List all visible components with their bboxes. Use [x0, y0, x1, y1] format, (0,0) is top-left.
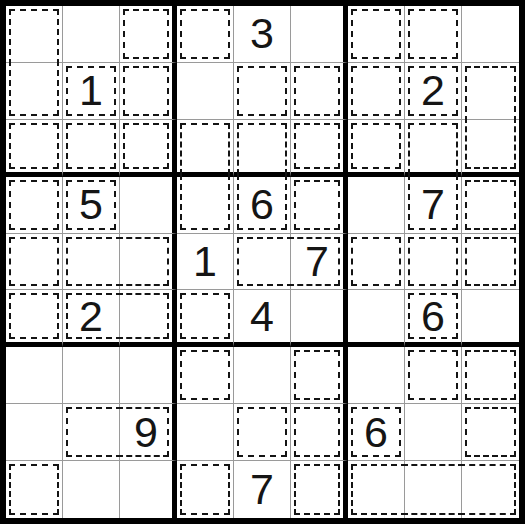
cage-border [9, 237, 59, 287]
given-digit: 7 [305, 240, 329, 283]
given-digit: 6 [421, 295, 445, 338]
cell-r6c7[interactable] [348, 290, 405, 347]
cell-r3c8[interactable] [405, 120, 462, 177]
cell-r6c9[interactable] [462, 290, 519, 347]
cell-r6c3[interactable] [120, 290, 177, 347]
cage-border [9, 464, 59, 515]
cage-border [465, 237, 516, 287]
cell-r3c4[interactable] [177, 120, 234, 177]
cell-r9c8[interactable] [405, 461, 462, 518]
cell-r8c3[interactable]: 9 [120, 404, 177, 461]
given-digit: 6 [250, 183, 274, 226]
cage-border [402, 464, 464, 515]
cage-border [351, 9, 401, 59]
cage-border [66, 123, 116, 169]
cell-r1c9[interactable] [462, 6, 519, 63]
cell-r2c2[interactable]: 1 [63, 63, 120, 120]
cell-r9c3[interactable] [120, 461, 177, 518]
cell-r7c9[interactable] [462, 347, 519, 404]
cell-r8c1[interactable] [6, 404, 63, 461]
cage-border [294, 123, 340, 169]
cell-r3c2[interactable] [63, 120, 120, 177]
cell-r3c6[interactable] [291, 120, 348, 177]
cell-r3c5[interactable] [234, 120, 291, 177]
cell-r4c7[interactable] [348, 177, 405, 234]
cell-r9c6[interactable] [291, 461, 348, 518]
cage-border [294, 180, 340, 230]
cell-r1c1[interactable] [6, 6, 63, 63]
cage-border [66, 407, 122, 457]
cell-r1c2[interactable] [63, 6, 120, 63]
cell-r2c1[interactable] [6, 63, 63, 120]
cage-border [180, 123, 230, 175]
cell-r4c2[interactable]: 5 [63, 177, 120, 234]
cage-border [465, 117, 516, 169]
cell-r8c7[interactable]: 6 [348, 404, 405, 461]
cell-r4c4[interactable] [177, 177, 234, 234]
cage-border [9, 60, 59, 116]
cell-r7c3[interactable] [120, 347, 177, 404]
cell-r4c3[interactable] [120, 177, 177, 234]
cell-r1c5[interactable]: 3 [234, 6, 291, 63]
cell-r1c6[interactable] [291, 6, 348, 63]
cell-r8c2[interactable] [63, 404, 120, 461]
cage-border [180, 350, 230, 400]
cage-border [351, 66, 401, 116]
cell-r2c8[interactable]: 2 [405, 63, 462, 120]
cell-r2c3[interactable] [120, 63, 177, 120]
cell-r3c1[interactable] [6, 120, 63, 177]
cell-r9c5[interactable]: 7 [234, 461, 291, 518]
cell-r1c7[interactable] [348, 6, 405, 63]
given-digit: 5 [79, 183, 103, 226]
given-digit: 7 [250, 468, 274, 511]
cell-r4c1[interactable] [6, 177, 63, 234]
cell-r1c4[interactable] [177, 6, 234, 63]
cage-border [237, 407, 287, 457]
cell-r9c4[interactable] [177, 461, 234, 518]
cell-r5c5[interactable] [234, 234, 291, 291]
cell-r2c4[interactable] [177, 63, 234, 120]
cage-border [294, 464, 340, 515]
sudoku-board: 31256717246967 [0, 0, 525, 524]
cell-r9c2[interactable] [63, 461, 120, 518]
cell-r5c1[interactable] [6, 234, 63, 291]
cell-r1c3[interactable] [120, 6, 177, 63]
cell-r3c3[interactable] [120, 120, 177, 177]
cell-r5c2[interactable] [63, 234, 120, 291]
cage-border [408, 237, 458, 287]
cage-border [117, 237, 169, 287]
cell-r8c8[interactable] [405, 404, 462, 461]
cell-r9c9[interactable] [462, 461, 519, 518]
cell-r7c2[interactable] [63, 347, 120, 404]
given-digit: 7 [421, 183, 445, 226]
cell-r4c8[interactable]: 7 [405, 177, 462, 234]
cell-r6c1[interactable] [6, 290, 63, 347]
cell-r2c6[interactable] [291, 63, 348, 120]
cage-border [465, 407, 516, 457]
given-digit: 2 [421, 69, 445, 112]
cage-border [408, 350, 458, 400]
given-digit: 1 [193, 240, 217, 283]
cage-border [9, 123, 59, 169]
cage-border [408, 9, 458, 59]
cage-border [9, 293, 59, 339]
cell-r6c5[interactable]: 4 [234, 290, 291, 347]
cell-r7c1[interactable] [6, 347, 63, 404]
cage-border [408, 123, 458, 175]
cell-r5c3[interactable] [120, 234, 177, 291]
cage-border [351, 464, 407, 515]
given-digit: 1 [79, 69, 103, 112]
cell-r6c4[interactable] [177, 290, 234, 347]
cage-border [237, 66, 287, 116]
cell-r4c5[interactable]: 6 [234, 177, 291, 234]
cage-border [465, 350, 516, 400]
cell-r5c9[interactable] [462, 234, 519, 291]
cage-border [117, 293, 169, 339]
cell-r1c8[interactable] [405, 6, 462, 63]
cell-r6c2[interactable]: 2 [63, 290, 120, 347]
cage-border [351, 123, 401, 169]
cage-border [123, 9, 169, 59]
cage-border [237, 237, 293, 287]
cell-r2c5[interactable] [234, 63, 291, 120]
cage-border [9, 9, 59, 65]
cell-r9c1[interactable] [6, 461, 63, 518]
cage-border [465, 66, 516, 122]
given-digit: 9 [134, 411, 158, 454]
cage-border [66, 237, 122, 287]
cell-r4c6[interactable] [291, 177, 348, 234]
cage-border [465, 180, 516, 230]
cage-border [123, 123, 169, 169]
cell-r8c6[interactable] [291, 404, 348, 461]
cell-r5c6[interactable]: 7 [291, 234, 348, 291]
cell-r9c7[interactable] [348, 461, 405, 518]
cell-r5c8[interactable] [405, 234, 462, 291]
cell-r2c7[interactable] [348, 63, 405, 120]
cell-r7c5[interactable] [234, 347, 291, 404]
cage-border [459, 464, 516, 515]
cage-border [294, 407, 340, 457]
cell-r8c4[interactable] [177, 404, 234, 461]
cage-border [180, 293, 230, 339]
cell-r7c8[interactable] [405, 347, 462, 404]
cage-border [180, 464, 230, 515]
cell-r2c9[interactable] [462, 63, 519, 120]
cell-r8c9[interactable] [462, 404, 519, 461]
cell-r4c9[interactable] [462, 177, 519, 234]
given-digit: 4 [250, 295, 274, 338]
given-digit: 3 [250, 12, 274, 55]
cage-border [123, 66, 169, 116]
cell-r5c7[interactable] [348, 234, 405, 291]
cage-border [180, 9, 230, 59]
cell-r3c7[interactable] [348, 120, 405, 177]
cage-border [180, 174, 230, 230]
cage-border [294, 66, 340, 116]
cell-r7c4[interactable] [177, 347, 234, 404]
cell-r8c5[interactable] [234, 404, 291, 461]
cell-r5c4[interactable]: 1 [177, 234, 234, 291]
cell-r6c8[interactable]: 6 [405, 290, 462, 347]
cage-border [294, 350, 340, 400]
cell-r3c9[interactable] [462, 120, 519, 177]
given-digit: 2 [79, 295, 103, 338]
cage-border [237, 123, 287, 175]
given-digit: 6 [364, 411, 388, 454]
cell-r7c7[interactable] [348, 347, 405, 404]
cell-r7c6[interactable] [291, 347, 348, 404]
cell-r6c6[interactable] [291, 290, 348, 347]
cage-border [351, 237, 401, 287]
cage-border [9, 180, 59, 230]
